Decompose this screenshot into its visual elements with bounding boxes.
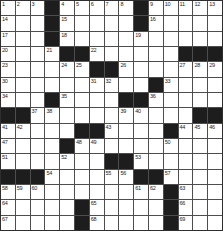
white-cell-r2c7[interactable] bbox=[90, 16, 104, 30]
white-cell-r12c6[interactable] bbox=[75, 170, 89, 184]
white-cell-r12c9[interactable]: 56 bbox=[119, 170, 133, 184]
clue-number: 20 bbox=[2, 47, 8, 53]
white-cell-r5c1[interactable]: 23 bbox=[1, 62, 15, 76]
white-cell-r12c8[interactable]: 55 bbox=[105, 170, 119, 184]
white-cell-r11c15[interactable] bbox=[208, 154, 222, 168]
clue-number: 54 bbox=[46, 170, 52, 176]
white-cell-r5c2[interactable] bbox=[16, 62, 30, 76]
white-cell-r15c8[interactable] bbox=[105, 216, 119, 230]
white-cell-r12c14[interactable] bbox=[193, 170, 207, 184]
white-cell-r2c13[interactable] bbox=[179, 16, 193, 30]
white-cell-r8c7[interactable] bbox=[90, 108, 104, 122]
white-cell-r15c10[interactable] bbox=[134, 216, 148, 230]
clue-number: 57 bbox=[165, 170, 171, 176]
white-cell-r6c10[interactable] bbox=[134, 78, 148, 92]
clue-number: 6 bbox=[91, 1, 94, 7]
white-cell-r13c13[interactable]: 63 bbox=[179, 185, 193, 199]
white-cell-r14c1[interactable]: 64 bbox=[1, 200, 15, 214]
white-cell-r5c3[interactable] bbox=[31, 62, 45, 76]
black-cell-r7c9 bbox=[119, 93, 133, 107]
clue-number: 68 bbox=[91, 216, 97, 222]
white-cell-r6c6[interactable] bbox=[75, 78, 89, 92]
white-cell-r4c10[interactable] bbox=[134, 47, 148, 61]
clue-number: 9 bbox=[150, 1, 153, 7]
clue-number: 45 bbox=[194, 124, 200, 130]
black-cell-r3c4 bbox=[45, 32, 59, 46]
white-cell-r8c8[interactable] bbox=[105, 108, 119, 122]
white-cell-r15c14[interactable] bbox=[193, 216, 207, 230]
white-cell-r2c2[interactable] bbox=[16, 16, 30, 30]
clue-number: 1 bbox=[2, 1, 5, 7]
white-cell-r12c12[interactable]: 57 bbox=[164, 170, 178, 184]
white-cell-r11c11[interactable] bbox=[149, 154, 163, 168]
white-cell-r15c15[interactable] bbox=[208, 216, 222, 230]
clue-number: 66 bbox=[180, 200, 186, 206]
clue-number: 69 bbox=[180, 216, 186, 222]
white-cell-r9c9[interactable] bbox=[119, 124, 133, 138]
clue-number: 32 bbox=[106, 78, 112, 84]
white-cell-r8c12[interactable] bbox=[164, 108, 178, 122]
black-cell-r8c15 bbox=[208, 108, 222, 122]
black-cell-r11c8 bbox=[105, 154, 119, 168]
black-cell-r14c6 bbox=[75, 200, 89, 214]
white-cell-r12c15[interactable] bbox=[208, 170, 222, 184]
white-cell-r10c13[interactable] bbox=[179, 139, 193, 153]
white-cell-r6c14[interactable] bbox=[193, 78, 207, 92]
white-cell-r1c6[interactable]: 5 bbox=[75, 1, 89, 15]
white-cell-r2c6[interactable] bbox=[75, 16, 89, 30]
white-cell-r13c1[interactable]: 58 bbox=[1, 185, 15, 199]
white-cell-r12c4[interactable]: 54 bbox=[45, 170, 59, 184]
clue-number: 2 bbox=[17, 1, 20, 7]
clue-number: 31 bbox=[91, 78, 97, 84]
white-cell-r13c5[interactable] bbox=[60, 185, 74, 199]
clue-number: 36 bbox=[150, 93, 156, 99]
white-cell-r3c14[interactable] bbox=[193, 32, 207, 46]
white-cell-r10c10[interactable] bbox=[134, 139, 148, 153]
white-cell-r6c7[interactable]: 31 bbox=[90, 78, 104, 92]
white-cell-r2c15[interactable] bbox=[208, 16, 222, 30]
white-cell-r11c3[interactable] bbox=[31, 154, 45, 168]
white-cell-r2c9[interactable] bbox=[119, 16, 133, 30]
white-cell-r7c7[interactable] bbox=[90, 93, 104, 107]
white-cell-r15c13[interactable]: 69 bbox=[179, 216, 193, 230]
white-cell-r14c3[interactable] bbox=[31, 200, 45, 214]
white-cell-r3c1[interactable]: 17 bbox=[1, 32, 15, 46]
black-cell-r4c15 bbox=[208, 47, 222, 61]
white-cell-r15c2[interactable] bbox=[16, 216, 30, 230]
white-cell-r7c5[interactable]: 35 bbox=[60, 93, 74, 107]
white-cell-r13c9[interactable] bbox=[119, 185, 133, 199]
black-cell-r12c10 bbox=[134, 170, 148, 184]
white-cell-r11c13[interactable] bbox=[179, 154, 193, 168]
black-cell-r9c12 bbox=[164, 124, 178, 138]
white-cell-r11c10[interactable]: 53 bbox=[134, 154, 148, 168]
white-cell-r6c2[interactable] bbox=[16, 78, 30, 92]
white-cell-r5c11[interactable] bbox=[149, 62, 163, 76]
white-cell-r10c6[interactable]: 48 bbox=[75, 139, 89, 153]
clue-number: 29 bbox=[209, 62, 215, 68]
white-cell-r14c10[interactable] bbox=[134, 200, 148, 214]
black-cell-r2c10 bbox=[134, 16, 148, 30]
white-cell-r13c4[interactable] bbox=[45, 185, 59, 199]
white-cell-r15c9[interactable] bbox=[119, 216, 133, 230]
white-cell-r5c13[interactable]: 27 bbox=[179, 62, 193, 76]
clue-number: 38 bbox=[46, 108, 52, 114]
white-cell-r7c8[interactable] bbox=[105, 93, 119, 107]
white-cell-r11c12[interactable] bbox=[164, 154, 178, 168]
white-cell-r7c6[interactable] bbox=[75, 93, 89, 107]
black-cell-r1c4 bbox=[45, 1, 59, 15]
white-cell-r4c1[interactable]: 20 bbox=[1, 47, 15, 61]
white-cell-r5c5[interactable]: 24 bbox=[60, 62, 74, 76]
white-cell-r14c15[interactable] bbox=[208, 200, 222, 214]
white-cell-r11c4[interactable] bbox=[45, 154, 59, 168]
clue-number: 48 bbox=[76, 139, 82, 145]
white-cell-r11c14[interactable] bbox=[193, 154, 207, 168]
clue-number: 5 bbox=[76, 1, 79, 7]
white-cell-r14c11[interactable] bbox=[149, 200, 163, 214]
white-cell-r13c6[interactable] bbox=[75, 185, 89, 199]
white-cell-r9c10[interactable] bbox=[134, 124, 148, 138]
black-cell-r4c13 bbox=[179, 47, 193, 61]
white-cell-r4c2[interactable] bbox=[16, 47, 30, 61]
white-cell-r13c2[interactable]: 59 bbox=[16, 185, 30, 199]
white-cell-r11c6[interactable] bbox=[75, 154, 89, 168]
white-cell-r15c11[interactable] bbox=[149, 216, 163, 230]
black-cell-r4c5 bbox=[60, 47, 74, 61]
clue-number: 67 bbox=[2, 216, 8, 222]
clue-number: 60 bbox=[32, 185, 38, 191]
white-cell-r9c4[interactable] bbox=[45, 124, 59, 138]
clue-number: 40 bbox=[135, 108, 141, 114]
clue-number: 51 bbox=[2, 154, 8, 160]
white-cell-r5c14[interactable]: 28 bbox=[193, 62, 207, 76]
clue-number: 41 bbox=[2, 124, 8, 130]
white-cell-r12c13[interactable] bbox=[179, 170, 193, 184]
white-cell-r8c5[interactable] bbox=[60, 108, 74, 122]
clue-number: 62 bbox=[150, 185, 156, 191]
clue-number: 47 bbox=[2, 139, 8, 145]
clue-number: 14 bbox=[2, 16, 8, 22]
black-cell-r12c11 bbox=[149, 170, 163, 184]
white-cell-r10c2[interactable] bbox=[16, 139, 30, 153]
white-cell-r14c4[interactable] bbox=[45, 200, 59, 214]
black-cell-r12c3 bbox=[31, 170, 45, 184]
white-cell-r1c2[interactable]: 2 bbox=[16, 1, 30, 15]
clue-number: 27 bbox=[180, 62, 186, 68]
white-cell-r4c12[interactable] bbox=[164, 47, 178, 61]
white-cell-r1c13[interactable]: 11 bbox=[179, 1, 193, 15]
white-cell-r3c3[interactable] bbox=[31, 32, 45, 46]
white-cell-r9c13[interactable]: 44 bbox=[179, 124, 193, 138]
white-cell-r13c14[interactable] bbox=[193, 185, 207, 199]
clue-number: 53 bbox=[135, 154, 141, 160]
clue-number: 43 bbox=[106, 124, 112, 130]
clue-number: 46 bbox=[209, 124, 215, 130]
crossword-grid: 1234567891011121314151617181920212223242… bbox=[0, 0, 223, 231]
white-cell-r1c12[interactable]: 10 bbox=[164, 1, 178, 15]
clue-number: 64 bbox=[2, 200, 8, 206]
white-cell-r10c1[interactable]: 47 bbox=[1, 139, 15, 153]
clue-number: 13 bbox=[209, 1, 215, 7]
white-cell-r11c1[interactable]: 51 bbox=[1, 154, 15, 168]
black-cell-r8c1 bbox=[1, 108, 15, 122]
black-cell-r8c2 bbox=[16, 108, 30, 122]
white-cell-r8c3[interactable]: 37 bbox=[31, 108, 45, 122]
black-cell-r13c12 bbox=[164, 185, 178, 199]
black-cell-r5c7 bbox=[90, 62, 104, 76]
white-cell-r7c14[interactable] bbox=[193, 93, 207, 107]
clue-number: 39 bbox=[120, 108, 126, 114]
white-cell-r4c7[interactable]: 22 bbox=[90, 47, 104, 61]
clue-number: 44 bbox=[180, 124, 186, 130]
white-cell-r3c9[interactable] bbox=[119, 32, 133, 46]
white-cell-r14c2[interactable] bbox=[16, 200, 30, 214]
white-cell-r3c6[interactable] bbox=[75, 32, 89, 46]
black-cell-r7c10 bbox=[134, 93, 148, 107]
white-cell-r7c13[interactable] bbox=[179, 93, 193, 107]
clue-number: 56 bbox=[120, 170, 126, 176]
white-cell-r14c5[interactable] bbox=[60, 200, 74, 214]
white-cell-r15c5[interactable] bbox=[60, 216, 74, 230]
white-cell-r13c7[interactable] bbox=[90, 185, 104, 199]
white-cell-r6c12[interactable]: 33 bbox=[164, 78, 178, 92]
white-cell-r1c14[interactable]: 12 bbox=[193, 1, 207, 15]
clue-number: 24 bbox=[61, 62, 67, 68]
white-cell-r12c5[interactable] bbox=[60, 170, 74, 184]
white-cell-r2c12[interactable] bbox=[164, 16, 178, 30]
clue-number: 33 bbox=[165, 78, 171, 84]
clue-number: 30 bbox=[2, 78, 8, 84]
white-cell-r5c10[interactable] bbox=[134, 62, 148, 76]
white-cell-r1c11[interactable]: 9 bbox=[149, 1, 163, 15]
white-cell-r6c3[interactable] bbox=[31, 78, 45, 92]
white-cell-r4c11[interactable] bbox=[149, 47, 163, 61]
black-cell-r14c12 bbox=[164, 200, 178, 214]
white-cell-r2c11[interactable]: 16 bbox=[149, 16, 163, 30]
white-cell-r5c15[interactable]: 29 bbox=[208, 62, 222, 76]
black-cell-r11c9 bbox=[119, 154, 133, 168]
white-cell-r15c4[interactable] bbox=[45, 216, 59, 230]
black-cell-r5c8 bbox=[105, 62, 119, 76]
white-cell-r6c15[interactable] bbox=[208, 78, 222, 92]
clue-number: 22 bbox=[91, 47, 97, 53]
clue-number: 8 bbox=[120, 1, 123, 7]
white-cell-r7c3[interactable] bbox=[31, 93, 45, 107]
white-cell-r6c5[interactable] bbox=[60, 78, 74, 92]
white-cell-r8c9[interactable]: 39 bbox=[119, 108, 133, 122]
black-cell-r7c4 bbox=[45, 93, 59, 107]
white-cell-r2c5[interactable]: 15 bbox=[60, 16, 74, 30]
black-cell-r12c1 bbox=[1, 170, 15, 184]
white-cell-r9c15[interactable]: 46 bbox=[208, 124, 222, 138]
white-cell-r10c8[interactable] bbox=[105, 139, 119, 153]
clue-number: 15 bbox=[61, 16, 67, 22]
clue-number: 19 bbox=[135, 32, 141, 38]
white-cell-r6c8[interactable]: 32 bbox=[105, 78, 119, 92]
white-cell-r7c15[interactable] bbox=[208, 93, 222, 107]
white-cell-r3c2[interactable] bbox=[16, 32, 30, 46]
clue-number: 65 bbox=[91, 200, 97, 206]
white-cell-r9c2[interactable]: 42 bbox=[16, 124, 30, 138]
white-cell-r1c1[interactable]: 1 bbox=[1, 1, 15, 15]
white-cell-r9c11[interactable] bbox=[149, 124, 163, 138]
white-cell-r13c11[interactable]: 62 bbox=[149, 185, 163, 199]
white-cell-r8c10[interactable]: 40 bbox=[134, 108, 148, 122]
black-cell-r12c2 bbox=[16, 170, 30, 184]
white-cell-r9c14[interactable]: 45 bbox=[193, 124, 207, 138]
white-cell-r10c15[interactable] bbox=[208, 139, 222, 153]
white-cell-r14c8[interactable] bbox=[105, 200, 119, 214]
clue-number: 55 bbox=[106, 170, 112, 176]
crossword-board: 1234567891011121314151617181920212223242… bbox=[0, 0, 224, 234]
clue-number: 23 bbox=[2, 62, 8, 68]
white-cell-r14c9[interactable] bbox=[119, 200, 133, 214]
white-cell-r3c12[interactable] bbox=[164, 32, 178, 46]
black-cell-r9c7 bbox=[90, 124, 104, 138]
black-cell-r15c6 bbox=[75, 216, 89, 230]
white-cell-r1c15[interactable]: 13 bbox=[208, 1, 222, 15]
clue-number: 35 bbox=[61, 93, 67, 99]
white-cell-r6c9[interactable] bbox=[119, 78, 133, 92]
white-cell-r2c8[interactable] bbox=[105, 16, 119, 30]
black-cell-r8c14 bbox=[193, 108, 207, 122]
white-cell-r9c3[interactable] bbox=[31, 124, 45, 138]
white-cell-r13c3[interactable]: 60 bbox=[31, 185, 45, 199]
white-cell-r10c3[interactable] bbox=[31, 139, 45, 153]
white-cell-r9c8[interactable]: 43 bbox=[105, 124, 119, 138]
white-cell-r10c12[interactable]: 50 bbox=[164, 139, 178, 153]
white-cell-r10c11[interactable] bbox=[149, 139, 163, 153]
white-cell-r7c12[interactable] bbox=[164, 93, 178, 107]
white-cell-r8c6[interactable] bbox=[75, 108, 89, 122]
white-cell-r4c4[interactable]: 21 bbox=[45, 47, 59, 61]
white-cell-r13c8[interactable] bbox=[105, 185, 119, 199]
white-cell-r8c11[interactable] bbox=[149, 108, 163, 122]
clue-number: 58 bbox=[2, 185, 8, 191]
white-cell-r13c10[interactable]: 61 bbox=[134, 185, 148, 199]
white-cell-r15c3[interactable] bbox=[31, 216, 45, 230]
clue-number: 52 bbox=[61, 154, 67, 160]
white-cell-r2c1[interactable]: 14 bbox=[1, 16, 15, 30]
clue-number: 28 bbox=[194, 62, 200, 68]
clue-number: 26 bbox=[120, 62, 126, 68]
white-cell-r3c7[interactable] bbox=[90, 32, 104, 46]
white-cell-r10c14[interactable] bbox=[193, 139, 207, 153]
white-cell-r5c9[interactable]: 26 bbox=[119, 62, 133, 76]
black-cell-r1c10 bbox=[134, 1, 148, 15]
clue-number: 63 bbox=[180, 185, 186, 191]
clue-number: 17 bbox=[2, 32, 8, 38]
white-cell-r2c3[interactable] bbox=[31, 16, 45, 30]
white-cell-r13c15[interactable] bbox=[208, 185, 222, 199]
white-cell-r12c7[interactable] bbox=[90, 170, 104, 184]
white-cell-r10c9[interactable] bbox=[119, 139, 133, 153]
white-cell-r10c4[interactable] bbox=[45, 139, 59, 153]
white-cell-r1c8[interactable]: 7 bbox=[105, 1, 119, 15]
black-cell-r10c5 bbox=[60, 139, 74, 153]
clue-number: 10 bbox=[165, 1, 171, 7]
white-cell-r14c14[interactable] bbox=[193, 200, 207, 214]
white-cell-r15c7[interactable]: 68 bbox=[90, 216, 104, 230]
clue-number: 18 bbox=[61, 32, 67, 38]
white-cell-r10c7[interactable]: 49 bbox=[90, 139, 104, 153]
white-cell-r7c1[interactable]: 34 bbox=[1, 93, 15, 107]
clue-number: 3 bbox=[32, 1, 35, 7]
white-cell-r14c7[interactable]: 65 bbox=[90, 200, 104, 214]
clue-number: 12 bbox=[194, 1, 200, 7]
white-cell-r9c1[interactable]: 41 bbox=[1, 124, 15, 138]
white-cell-r5c4[interactable] bbox=[45, 62, 59, 76]
black-cell-r6c11 bbox=[149, 78, 163, 92]
white-cell-r6c13[interactable] bbox=[179, 78, 193, 92]
white-cell-r2c14[interactable] bbox=[193, 16, 207, 30]
white-cell-r4c3[interactable] bbox=[31, 47, 45, 61]
clue-number: 21 bbox=[46, 47, 52, 53]
clue-number: 42 bbox=[17, 124, 23, 130]
white-cell-r1c5[interactable]: 4 bbox=[60, 1, 74, 15]
clue-number: 59 bbox=[17, 185, 23, 191]
clue-number: 61 bbox=[135, 185, 141, 191]
clue-number: 49 bbox=[91, 139, 97, 145]
white-cell-r7c2[interactable] bbox=[16, 93, 30, 107]
white-cell-r1c3[interactable]: 3 bbox=[31, 1, 45, 15]
clue-number: 7 bbox=[106, 1, 109, 7]
white-cell-r4c9[interactable] bbox=[119, 47, 133, 61]
white-cell-r8c13[interactable] bbox=[179, 108, 193, 122]
clue-number: 34 bbox=[2, 93, 8, 99]
white-cell-r11c7[interactable] bbox=[90, 154, 104, 168]
white-cell-r7c11[interactable]: 36 bbox=[149, 93, 163, 107]
black-cell-r15c12 bbox=[164, 216, 178, 230]
white-cell-r3c13[interactable] bbox=[179, 32, 193, 46]
white-cell-r14c13[interactable]: 66 bbox=[179, 200, 193, 214]
white-cell-r11c5[interactable]: 52 bbox=[60, 154, 74, 168]
clue-number: 11 bbox=[180, 1, 185, 7]
white-cell-r3c10[interactable]: 19 bbox=[134, 32, 148, 46]
white-cell-r9c5[interactable] bbox=[60, 124, 74, 138]
black-cell-r9c6 bbox=[75, 124, 89, 138]
clue-number: 25 bbox=[76, 62, 82, 68]
white-cell-r11c2[interactable] bbox=[16, 154, 30, 168]
white-cell-r4c8[interactable] bbox=[105, 47, 119, 61]
white-cell-r3c15[interactable] bbox=[208, 32, 222, 46]
clue-number: 37 bbox=[32, 108, 38, 114]
white-cell-r3c8[interactable] bbox=[105, 32, 119, 46]
white-cell-r5c6[interactable]: 25 bbox=[75, 62, 89, 76]
white-cell-r1c7[interactable]: 6 bbox=[90, 1, 104, 15]
black-cell-r2c4 bbox=[45, 16, 59, 30]
white-cell-r5c12[interactable] bbox=[164, 62, 178, 76]
black-cell-r4c14 bbox=[193, 47, 207, 61]
clue-number: 16 bbox=[150, 16, 156, 22]
white-cell-r6c4[interactable] bbox=[45, 78, 59, 92]
white-cell-r15c1[interactable]: 67 bbox=[1, 216, 15, 230]
white-cell-r3c5[interactable]: 18 bbox=[60, 32, 74, 46]
black-cell-r4c6 bbox=[75, 47, 89, 61]
white-cell-r3c11[interactable] bbox=[149, 32, 163, 46]
clue-number: 4 bbox=[61, 1, 64, 7]
clue-number: 50 bbox=[165, 139, 171, 145]
white-cell-r1c9[interactable]: 8 bbox=[119, 1, 133, 15]
white-cell-r6c1[interactable]: 30 bbox=[1, 78, 15, 92]
white-cell-r8c4[interactable]: 38 bbox=[45, 108, 59, 122]
